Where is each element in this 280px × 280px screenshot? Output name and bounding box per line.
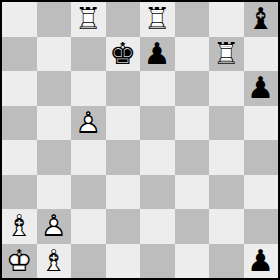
square-e1[interactable] — [140, 244, 175, 279]
square-c5[interactable]: ♟♙ — [71, 106, 106, 141]
square-h2[interactable] — [244, 209, 279, 244]
square-e2[interactable] — [140, 209, 175, 244]
square-d2[interactable] — [106, 209, 141, 244]
black-bishop: ♝ — [244, 2, 279, 37]
square-d3[interactable] — [106, 175, 141, 210]
black-pawn: ♟ — [244, 71, 279, 106]
square-e4[interactable] — [140, 140, 175, 175]
square-f8[interactable] — [175, 2, 210, 37]
square-d1[interactable] — [106, 244, 141, 279]
square-a8[interactable] — [2, 2, 37, 37]
square-g5[interactable] — [209, 106, 244, 141]
square-h3[interactable] — [244, 175, 279, 210]
square-d8[interactable] — [106, 2, 141, 37]
chess-board: ♜♖♜♖♝♚♟♜♖♟♟♙♝♗♟♙♚♔♝♗♟ — [2, 2, 278, 278]
square-e7[interactable]: ♟ — [140, 37, 175, 72]
square-f4[interactable] — [175, 140, 210, 175]
square-b2[interactable]: ♟♙ — [37, 209, 72, 244]
square-b7[interactable] — [37, 37, 72, 72]
square-d4[interactable] — [106, 140, 141, 175]
black-pawn: ♟ — [244, 244, 279, 279]
square-a2[interactable]: ♝♗ — [2, 209, 37, 244]
white-rook: ♖ — [71, 2, 106, 37]
square-c6[interactable] — [71, 71, 106, 106]
square-h4[interactable] — [244, 140, 279, 175]
square-a6[interactable] — [2, 71, 37, 106]
white-bishop: ♗ — [2, 209, 37, 244]
square-e6[interactable] — [140, 71, 175, 106]
square-f6[interactable] — [175, 71, 210, 106]
square-c1[interactable] — [71, 244, 106, 279]
square-a4[interactable] — [2, 140, 37, 175]
white-rook: ♖ — [209, 37, 244, 72]
square-b4[interactable] — [37, 140, 72, 175]
square-f3[interactable] — [175, 175, 210, 210]
square-f7[interactable] — [175, 37, 210, 72]
square-e3[interactable] — [140, 175, 175, 210]
square-g7[interactable]: ♜♖ — [209, 37, 244, 72]
square-h8[interactable]: ♝ — [244, 2, 279, 37]
white-bishop: ♗ — [37, 244, 72, 279]
square-g4[interactable] — [209, 140, 244, 175]
white-pawn: ♙ — [37, 209, 72, 244]
white-rook: ♖ — [140, 2, 175, 37]
square-f5[interactable] — [175, 106, 210, 141]
square-b8[interactable] — [37, 2, 72, 37]
square-d7[interactable]: ♚ — [106, 37, 141, 72]
square-f1[interactable] — [175, 244, 210, 279]
square-e8[interactable]: ♜♖ — [140, 2, 175, 37]
square-e5[interactable] — [140, 106, 175, 141]
square-c4[interactable] — [71, 140, 106, 175]
square-d5[interactable] — [106, 106, 141, 141]
square-a3[interactable] — [2, 175, 37, 210]
square-d6[interactable] — [106, 71, 141, 106]
square-c3[interactable] — [71, 175, 106, 210]
square-h1[interactable]: ♟ — [244, 244, 279, 279]
square-b3[interactable] — [37, 175, 72, 210]
square-h6[interactable]: ♟ — [244, 71, 279, 106]
square-f2[interactable] — [175, 209, 210, 244]
square-a7[interactable] — [2, 37, 37, 72]
black-king: ♚ — [106, 37, 141, 72]
square-h5[interactable] — [244, 106, 279, 141]
square-b1[interactable]: ♝♗ — [37, 244, 72, 279]
chess-board-frame: ♜♖♜♖♝♚♟♜♖♟♟♙♝♗♟♙♚♔♝♗♟ — [0, 0, 280, 280]
square-g8[interactable] — [209, 2, 244, 37]
square-b5[interactable] — [37, 106, 72, 141]
square-g3[interactable] — [209, 175, 244, 210]
square-c7[interactable] — [71, 37, 106, 72]
black-pawn: ♟ — [140, 37, 175, 72]
square-b6[interactable] — [37, 71, 72, 106]
square-a1[interactable]: ♚♔ — [2, 244, 37, 279]
square-a5[interactable] — [2, 106, 37, 141]
square-c8[interactable]: ♜♖ — [71, 2, 106, 37]
square-c2[interactable] — [71, 209, 106, 244]
square-g6[interactable] — [209, 71, 244, 106]
square-g2[interactable] — [209, 209, 244, 244]
white-king: ♔ — [2, 244, 37, 279]
square-h7[interactable] — [244, 37, 279, 72]
square-g1[interactable] — [209, 244, 244, 279]
white-pawn: ♙ — [71, 106, 106, 141]
